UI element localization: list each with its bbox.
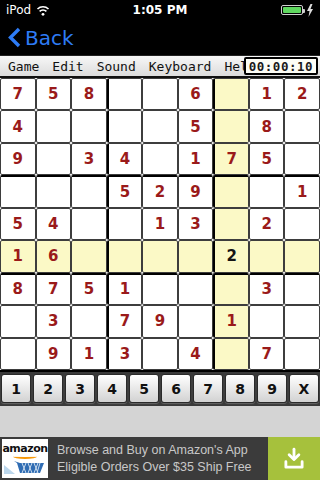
- menu-items: GameEditSoundKeyboardHelp: [0, 59, 256, 74]
- sudoku-cell-r7c6[interactable]: [178, 273, 214, 305]
- keypad: 123456789X: [0, 372, 320, 406]
- sudoku-cell-r3c9[interactable]: [284, 143, 320, 175]
- sudoku-cell-r4c8[interactable]: [249, 175, 285, 207]
- menu-item-edit[interactable]: Edit: [52, 59, 83, 74]
- sudoku-cell-r4c6[interactable]: 9: [178, 175, 214, 207]
- sudoku-cell-r4c4[interactable]: 5: [107, 175, 143, 207]
- sudoku-cell-r1c4[interactable]: [107, 78, 143, 110]
- key-3[interactable]: 3: [65, 374, 95, 403]
- sudoku-cell-r8c4[interactable]: 7: [107, 305, 143, 337]
- sudoku-cell-r6c5[interactable]: [142, 240, 178, 272]
- sudoku-cell-r9c9[interactable]: [284, 338, 320, 370]
- sudoku-cell-r1c3[interactable]: 8: [71, 78, 107, 110]
- sudoku-cell-r4c9[interactable]: 1: [284, 175, 320, 207]
- status-bar: iPod 1:05 PM: [0, 0, 320, 20]
- back-label: Back: [25, 26, 74, 50]
- timer-display: 00:00:10: [244, 57, 318, 75]
- sudoku-cell-r6c3[interactable]: [71, 240, 107, 272]
- sudoku-cell-r9c5[interactable]: [142, 338, 178, 370]
- sudoku-cell-r3c8[interactable]: 5: [249, 143, 285, 175]
- sudoku-cell-r1c9[interactable]: 2: [284, 78, 320, 110]
- cart-icon: [4, 460, 46, 474]
- sudoku-cell-r9c3[interactable]: 1: [71, 338, 107, 370]
- sudoku-cell-r5c5[interactable]: 1: [142, 208, 178, 240]
- sudoku-cell-r5c6[interactable]: 3: [178, 208, 214, 240]
- menu-item-keyboard[interactable]: Keyboard: [149, 59, 212, 74]
- ad-banner[interactable]: amazon Browse and Buy on Amazon's App El…: [0, 437, 320, 480]
- clock: 1:05 PM: [0, 3, 320, 17]
- sudoku-cell-r7c5[interactable]: [142, 273, 178, 305]
- sudoku-cell-r9c6[interactable]: 4: [178, 338, 214, 370]
- sudoku-cell-r5c2[interactable]: 4: [36, 208, 72, 240]
- key-9[interactable]: 9: [257, 374, 287, 403]
- sudoku-cell-r6c1[interactable]: 1: [0, 240, 36, 272]
- sudoku-cell-r3c2[interactable]: [36, 143, 72, 175]
- menu-item-sound[interactable]: Sound: [97, 59, 136, 74]
- sudoku-cell-r7c9[interactable]: [284, 273, 320, 305]
- sudoku-cell-r9c8[interactable]: 7: [249, 338, 285, 370]
- sudoku-cell-r4c3[interactable]: [71, 175, 107, 207]
- sudoku-cell-r9c1[interactable]: [0, 338, 36, 370]
- sudoku-cell-r2c1[interactable]: 4: [0, 110, 36, 142]
- sudoku-cell-r3c3[interactable]: 3: [71, 143, 107, 175]
- sudoku-cell-r6c8[interactable]: [249, 240, 285, 272]
- sudoku-cell-r9c4[interactable]: 3: [107, 338, 143, 370]
- ad-copy[interactable]: Browse and Buy on Amazon's App Eligible …: [48, 437, 268, 480]
- spacer: [0, 406, 320, 437]
- back-button[interactable]: Back: [8, 26, 74, 50]
- sudoku-cell-r8c3[interactable]: [71, 305, 107, 337]
- sudoku-cell-r1c2[interactable]: 5: [36, 78, 72, 110]
- sudoku-cell-r3c1[interactable]: 9: [0, 143, 36, 175]
- sudoku-cell-r3c4[interactable]: 4: [107, 143, 143, 175]
- back-chevron-icon: [8, 27, 21, 48]
- sudoku-cell-r5c7[interactable]: [213, 208, 249, 240]
- menu-item-game[interactable]: Game: [8, 59, 39, 74]
- sudoku-cell-r8c7[interactable]: 1: [213, 305, 249, 337]
- sudoku-cell-r8c1[interactable]: [0, 305, 36, 337]
- key-6[interactable]: 6: [161, 374, 191, 403]
- sudoku-cell-r2c2[interactable]: [36, 110, 72, 142]
- status-right: [281, 4, 314, 17]
- sudoku-cell-r8c6[interactable]: [178, 305, 214, 337]
- menu-bar: GameEditSoundKeyboardHelp 00:00:10: [0, 55, 320, 78]
- sudoku-cell-r2c9[interactable]: [284, 110, 320, 142]
- sudoku-cell-r2c8[interactable]: 8: [249, 110, 285, 142]
- sudoku-cell-r6c7[interactable]: 2: [213, 240, 249, 272]
- sudoku-cell-r2c6[interactable]: 5: [178, 110, 214, 142]
- sudoku-cell-r7c3[interactable]: 5: [71, 273, 107, 305]
- key-2[interactable]: 2: [33, 374, 63, 403]
- sudoku-cell-r5c9[interactable]: [284, 208, 320, 240]
- battery-icon: [281, 5, 303, 15]
- sudoku-cell-r5c3[interactable]: [71, 208, 107, 240]
- sudoku-cell-r2c3[interactable]: [71, 110, 107, 142]
- amazon-wordmark: amazon: [2, 444, 47, 454]
- sudoku-cell-r2c5[interactable]: [142, 110, 178, 142]
- sudoku-cell-r5c1[interactable]: 5: [0, 208, 36, 240]
- sudoku-cell-r3c5[interactable]: [142, 143, 178, 175]
- sudoku-cell-r6c6[interactable]: [178, 240, 214, 272]
- sudoku-cell-r4c5[interactable]: 2: [142, 175, 178, 207]
- charging-bolt-icon: [306, 4, 314, 17]
- sudoku-cell-r1c1[interactable]: 7: [0, 78, 36, 110]
- sudoku-cell-r8c5[interactable]: 9: [142, 305, 178, 337]
- sudoku-cell-r1c6[interactable]: 6: [178, 78, 214, 110]
- amazon-smile-icon: [13, 454, 37, 459]
- sudoku-cell-r9c7[interactable]: [213, 338, 249, 370]
- nav-bar: Back: [0, 20, 320, 55]
- sudoku-cell-r1c7[interactable]: [213, 78, 249, 110]
- sudoku-cell-r6c2[interactable]: 6: [36, 240, 72, 272]
- sudoku-cell-r8c8[interactable]: [249, 305, 285, 337]
- sudoku-cell-r8c9[interactable]: [284, 305, 320, 337]
- sudoku-cell-r4c1[interactable]: [0, 175, 36, 207]
- sudoku-cell-r4c7[interactable]: [213, 175, 249, 207]
- ad-line1: Browse and Buy on Amazon's App: [57, 442, 268, 459]
- sudoku-cell-r7c2[interactable]: 7: [36, 273, 72, 305]
- ad-download-button[interactable]: [268, 437, 320, 480]
- sudoku-cell-r7c4[interactable]: 1: [107, 273, 143, 305]
- sudoku-cell-r6c9[interactable]: [284, 240, 320, 272]
- sudoku-cell-r4c2[interactable]: [36, 175, 72, 207]
- key-8[interactable]: 8: [225, 374, 255, 403]
- key-x[interactable]: X: [289, 374, 319, 403]
- sudoku-cell-r2c7[interactable]: [213, 110, 249, 142]
- screen: iPod 1:05 PM Back GameEditSoundKeyboardH…: [0, 0, 320, 480]
- sudoku-cell-r7c7[interactable]: [213, 273, 249, 305]
- sudoku-cell-r6c4[interactable]: [107, 240, 143, 272]
- sudoku-cell-r8c2[interactable]: 3: [36, 305, 72, 337]
- sudoku-cell-r7c8[interactable]: 3: [249, 273, 285, 305]
- ad-line2: Eligible Orders Over $35 Ship Free: [57, 459, 268, 476]
- sudoku-cell-r3c7[interactable]: 7: [213, 143, 249, 175]
- key-1[interactable]: 1: [1, 374, 31, 403]
- sudoku-cell-r5c4[interactable]: [107, 208, 143, 240]
- key-5[interactable]: 5: [129, 374, 159, 403]
- key-4[interactable]: 4: [97, 374, 127, 403]
- sudoku-board: 7586124589341755291541321628751337919134…: [0, 78, 320, 372]
- sudoku-cell-r1c5[interactable]: [142, 78, 178, 110]
- amazon-logo[interactable]: amazon: [2, 439, 48, 478]
- download-icon: [281, 446, 307, 472]
- sudoku-cell-r2c4[interactable]: [107, 110, 143, 142]
- sudoku-cell-r3c6[interactable]: 1: [178, 143, 214, 175]
- sudoku-cell-r1c8[interactable]: 1: [249, 78, 285, 110]
- key-7[interactable]: 7: [193, 374, 223, 403]
- sudoku-cell-r5c8[interactable]: 2: [249, 208, 285, 240]
- sudoku-cell-r9c2[interactable]: 9: [36, 338, 72, 370]
- sudoku-cell-r7c1[interactable]: 8: [0, 273, 36, 305]
